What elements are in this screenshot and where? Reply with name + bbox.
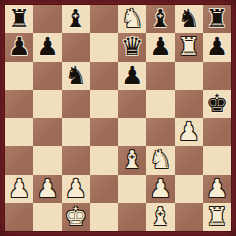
piece-white-pawn[interactable]: ♟	[8, 175, 30, 203]
square-h6[interactable]	[203, 62, 231, 90]
square-d5[interactable]	[90, 90, 118, 118]
square-c2[interactable]: ♟	[62, 175, 90, 203]
piece-black-bishop[interactable]: ♝	[64, 5, 86, 33]
square-a4[interactable]	[5, 118, 33, 146]
square-d4[interactable]	[90, 118, 118, 146]
square-e1[interactable]	[118, 203, 146, 231]
square-a7[interactable]: ♟	[5, 33, 33, 61]
chess-board: ♜♝♞♝♞♜♟♟♛♟♜♟♞♟♚♟♝♞♟♟♟♟♟♚♝♜	[5, 5, 231, 231]
square-b7[interactable]: ♟	[33, 33, 61, 61]
piece-black-knight[interactable]: ♞	[177, 5, 199, 33]
square-f5[interactable]	[146, 90, 174, 118]
square-d6[interactable]	[90, 62, 118, 90]
square-c5[interactable]	[62, 90, 90, 118]
square-a8[interactable]: ♜	[5, 5, 33, 33]
piece-white-pawn[interactable]: ♟	[64, 175, 86, 203]
square-c6[interactable]: ♞	[62, 62, 90, 90]
square-e2[interactable]	[118, 175, 146, 203]
square-c7[interactable]	[62, 33, 90, 61]
square-g4[interactable]: ♟	[175, 118, 203, 146]
square-e6[interactable]: ♟	[118, 62, 146, 90]
piece-black-knight[interactable]: ♞	[64, 62, 86, 90]
square-d8[interactable]	[90, 5, 118, 33]
piece-black-bishop[interactable]: ♝	[149, 5, 171, 33]
square-e3[interactable]: ♝	[118, 146, 146, 174]
square-b2[interactable]: ♟	[33, 175, 61, 203]
square-h4[interactable]	[203, 118, 231, 146]
square-f3[interactable]: ♞	[146, 146, 174, 174]
square-a5[interactable]	[5, 90, 33, 118]
square-f6[interactable]	[146, 62, 174, 90]
square-b3[interactable]	[33, 146, 61, 174]
piece-black-rook[interactable]: ♜	[206, 5, 228, 33]
piece-white-king[interactable]: ♚	[64, 203, 86, 231]
square-h8[interactable]: ♜	[203, 5, 231, 33]
square-a2[interactable]: ♟	[5, 175, 33, 203]
piece-black-queen[interactable]: ♛	[121, 33, 143, 61]
square-d2[interactable]	[90, 175, 118, 203]
square-f4[interactable]	[146, 118, 174, 146]
square-e7[interactable]: ♛	[118, 33, 146, 61]
square-c3[interactable]	[62, 146, 90, 174]
square-b1[interactable]	[33, 203, 61, 231]
piece-white-bishop[interactable]: ♝	[149, 203, 171, 231]
square-e8[interactable]: ♞	[118, 5, 146, 33]
square-g7[interactable]: ♜	[175, 33, 203, 61]
square-b5[interactable]	[33, 90, 61, 118]
square-g5[interactable]	[175, 90, 203, 118]
square-a3[interactable]	[5, 146, 33, 174]
square-e5[interactable]	[118, 90, 146, 118]
square-f7[interactable]: ♟	[146, 33, 174, 61]
square-c4[interactable]	[62, 118, 90, 146]
square-b6[interactable]	[33, 62, 61, 90]
piece-black-king[interactable]: ♚	[206, 90, 228, 118]
piece-black-pawn[interactable]: ♟	[36, 33, 58, 61]
square-b8[interactable]	[33, 5, 61, 33]
square-g1[interactable]	[175, 203, 203, 231]
piece-white-bishop[interactable]: ♝	[121, 146, 143, 174]
square-g2[interactable]	[175, 175, 203, 203]
piece-white-pawn[interactable]: ♟	[177, 118, 199, 146]
square-f2[interactable]: ♟	[146, 175, 174, 203]
square-f1[interactable]: ♝	[146, 203, 174, 231]
piece-white-rook[interactable]: ♜	[206, 203, 228, 231]
square-b4[interactable]	[33, 118, 61, 146]
square-h3[interactable]	[203, 146, 231, 174]
square-a6[interactable]	[5, 62, 33, 90]
piece-black-pawn[interactable]: ♟	[149, 33, 171, 61]
piece-white-pawn[interactable]: ♟	[36, 175, 58, 203]
square-h7[interactable]: ♟	[203, 33, 231, 61]
square-d3[interactable]	[90, 146, 118, 174]
square-c1[interactable]: ♚	[62, 203, 90, 231]
square-f8[interactable]: ♝	[146, 5, 174, 33]
board-frame: ♜♝♞♝♞♜♟♟♛♟♜♟♞♟♚♟♝♞♟♟♟♟♟♚♝♜	[0, 0, 236, 236]
square-d1[interactable]	[90, 203, 118, 231]
square-g6[interactable]	[175, 62, 203, 90]
square-h2[interactable]: ♟	[203, 175, 231, 203]
square-a1[interactable]	[5, 203, 33, 231]
piece-white-pawn[interactable]: ♟	[206, 175, 228, 203]
piece-black-pawn[interactable]: ♟	[121, 62, 143, 90]
piece-black-pawn[interactable]: ♟	[206, 33, 228, 61]
piece-black-rook[interactable]: ♜	[8, 5, 30, 33]
square-h1[interactable]: ♜	[203, 203, 231, 231]
piece-white-pawn[interactable]: ♟	[149, 175, 171, 203]
piece-white-knight[interactable]: ♞	[149, 146, 171, 174]
square-c8[interactable]: ♝	[62, 5, 90, 33]
square-d7[interactable]	[90, 33, 118, 61]
piece-black-pawn[interactable]: ♟	[8, 33, 30, 61]
square-h5[interactable]: ♚	[203, 90, 231, 118]
square-g3[interactable]	[175, 146, 203, 174]
square-g8[interactable]: ♞	[175, 5, 203, 33]
piece-white-rook[interactable]: ♜	[177, 33, 199, 61]
square-e4[interactable]	[118, 118, 146, 146]
piece-white-knight[interactable]: ♞	[121, 5, 143, 33]
